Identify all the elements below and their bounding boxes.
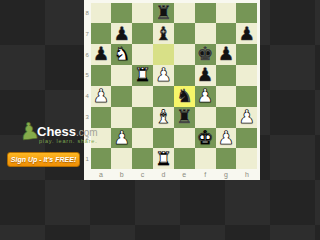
white-pawn-f4: ♟: [197, 87, 214, 106]
square-d2[interactable]: [153, 128, 174, 149]
file-label-h: h: [236, 169, 257, 180]
square-f4[interactable]: ♟: [195, 86, 216, 107]
square-a6[interactable]: ♟: [91, 44, 112, 65]
square-h4[interactable]: [236, 86, 257, 107]
square-g6[interactable]: ♟: [216, 44, 237, 65]
white-pawn-g2: ♟: [218, 129, 235, 148]
black-bishop-d7: ♝: [155, 25, 172, 44]
black-pawn-f5: ♟: [197, 66, 214, 85]
logo-main-text: Chess: [37, 124, 76, 139]
square-g8[interactable]: [216, 3, 237, 24]
square-e7[interactable]: [174, 23, 195, 44]
file-label-c: c: [132, 169, 153, 180]
file-label-a: a: [91, 169, 112, 180]
black-pawn-h7: ♟: [239, 25, 256, 44]
square-b1[interactable]: [111, 148, 132, 169]
square-c4[interactable]: [132, 86, 153, 107]
file-label-d: d: [153, 169, 174, 180]
logo-tagline: play. learn. share.: [39, 138, 98, 144]
file-label-e: e: [174, 169, 195, 180]
square-d3[interactable]: ♝: [153, 107, 174, 128]
white-pawn-a4: ♟: [93, 87, 110, 106]
square-h6[interactable]: [236, 44, 257, 65]
square-e8[interactable]: [174, 3, 195, 24]
file-label-b: b: [111, 169, 132, 180]
square-b5[interactable]: [111, 65, 132, 86]
black-pawn-g6: ♟: [218, 45, 235, 64]
square-c3[interactable]: [132, 107, 153, 128]
square-f7[interactable]: [195, 23, 216, 44]
square-d6[interactable]: [153, 44, 174, 65]
file-label-g: g: [216, 169, 237, 180]
square-d1[interactable]: ♜: [153, 148, 174, 169]
square-a4[interactable]: ♟: [91, 86, 112, 107]
square-c1[interactable]: [132, 148, 153, 169]
square-h7[interactable]: ♟: [236, 23, 257, 44]
square-b3[interactable]: [111, 107, 132, 128]
white-pawn-b2: ♟: [113, 129, 130, 148]
black-pawn-b7: ♟: [113, 25, 130, 44]
sign-up-button[interactable]: Sign Up - It's FREE!: [7, 152, 80, 167]
square-f6[interactable]: ♚: [195, 44, 216, 65]
white-bishop-d3: ♝: [155, 108, 172, 127]
square-h5[interactable]: [236, 65, 257, 86]
square-c7[interactable]: [132, 23, 153, 44]
square-d8[interactable]: ♜: [153, 3, 174, 24]
square-f5[interactable]: ♟: [195, 65, 216, 86]
chess-board: 87654321 ♜♟♝♟♟♞♚♟♜♟♟♟♞♟♝♜♟♟♚♟♜ abcdefgh: [84, 0, 260, 180]
black-knight-e4: ♞: [176, 87, 193, 106]
square-d5[interactable]: ♟: [153, 65, 174, 86]
square-e1[interactable]: [174, 148, 195, 169]
square-g7[interactable]: [216, 23, 237, 44]
square-h3[interactable]: ♟: [236, 107, 257, 128]
square-b4[interactable]: [111, 86, 132, 107]
square-c5[interactable]: ♜: [132, 65, 153, 86]
white-knight-b6: ♞: [113, 45, 130, 64]
square-g1[interactable]: [216, 148, 237, 169]
black-rook-e3: ♜: [176, 108, 193, 127]
black-rook-d8: ♜: [155, 4, 172, 23]
square-b7[interactable]: ♟: [111, 23, 132, 44]
square-c6[interactable]: [132, 44, 153, 65]
square-f3[interactable]: [195, 107, 216, 128]
square-g4[interactable]: [216, 86, 237, 107]
square-e5[interactable]: [174, 65, 195, 86]
square-f8[interactable]: [195, 3, 216, 24]
square-b2[interactable]: ♟: [111, 128, 132, 149]
file-labels: abcdefgh: [91, 169, 258, 180]
square-a7[interactable]: [91, 23, 112, 44]
white-pawn-h3: ♟: [239, 108, 256, 127]
square-e4[interactable]: ♞: [174, 86, 195, 107]
file-label-f: f: [195, 169, 216, 180]
square-e2[interactable]: [174, 128, 195, 149]
square-b6[interactable]: ♞: [111, 44, 132, 65]
square-h8[interactable]: [236, 3, 257, 24]
square-c8[interactable]: [132, 3, 153, 24]
square-e6[interactable]: [174, 44, 195, 65]
square-e3[interactable]: ♜: [174, 107, 195, 128]
square-f1[interactable]: [195, 148, 216, 169]
square-g2[interactable]: ♟: [216, 128, 237, 149]
white-pawn-d5: ♟: [155, 66, 172, 85]
square-a5[interactable]: [91, 65, 112, 86]
black-king-f6: ♚: [197, 45, 214, 64]
square-a8[interactable]: [91, 3, 112, 24]
square-g3[interactable]: [216, 107, 237, 128]
square-b8[interactable]: [111, 3, 132, 24]
square-d4[interactable]: [153, 86, 174, 107]
square-h1[interactable]: [236, 148, 257, 169]
square-d7[interactable]: ♝: [153, 23, 174, 44]
square-c2[interactable]: [132, 128, 153, 149]
white-rook-c5: ♜: [134, 66, 151, 85]
square-a1[interactable]: [91, 148, 112, 169]
board-grid: ♜♟♝♟♟♞♚♟♜♟♟♟♞♟♝♜♟♟♚♟♜: [91, 3, 258, 170]
square-f2[interactable]: ♚: [195, 128, 216, 149]
chesscom-logo[interactable]: ♟ Chess.com play. learn. share.: [20, 119, 84, 151]
black-pawn-a6: ♟: [93, 45, 110, 64]
white-rook-d1: ♜: [155, 150, 172, 169]
logo-suffix-text: .com: [76, 127, 98, 138]
square-g5[interactable]: [216, 65, 237, 86]
white-king-f2: ♚: [197, 129, 214, 148]
square-h2[interactable]: [236, 128, 257, 149]
